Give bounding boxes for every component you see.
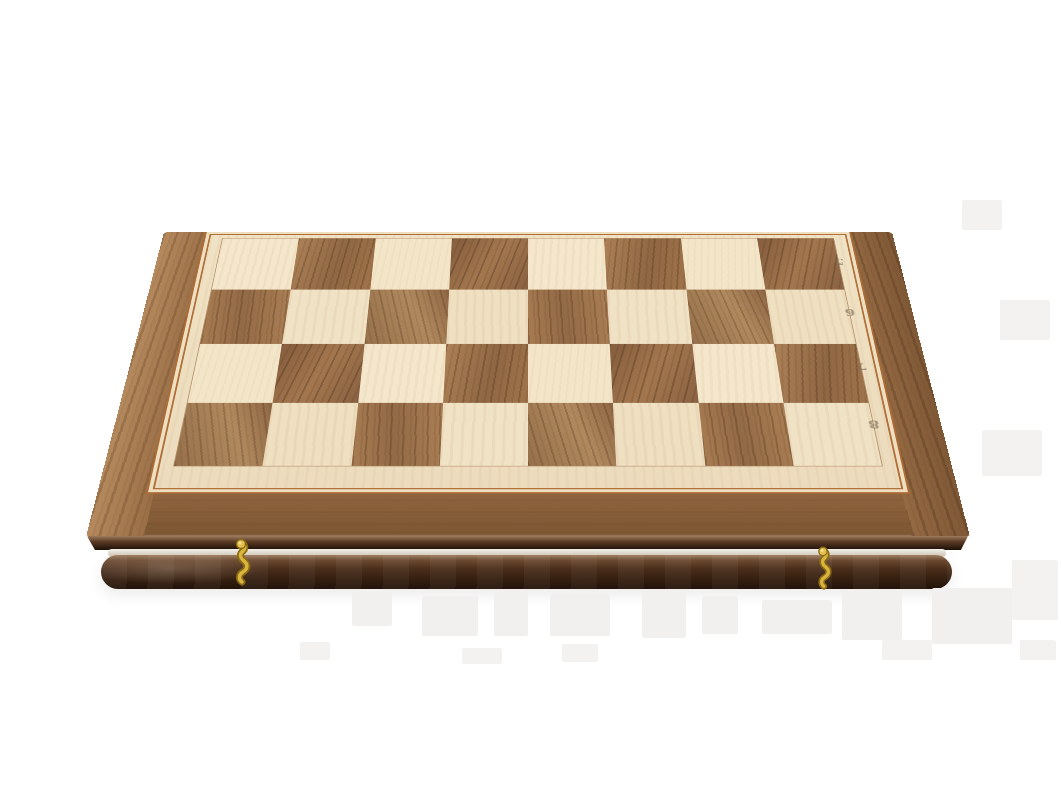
square-e5 <box>449 239 528 290</box>
square-g6 <box>282 289 370 343</box>
board-squares <box>173 238 883 466</box>
photo-artifact <box>494 590 528 636</box>
square-f7 <box>358 344 446 403</box>
square-g8 <box>263 402 358 465</box>
square-f8 <box>351 402 443 465</box>
square-h5 <box>212 239 299 290</box>
photo-artifact <box>842 590 902 640</box>
square-e8 <box>440 402 528 465</box>
brass-latch-icon <box>813 546 833 590</box>
square-d7 <box>528 344 613 403</box>
photo-artifact <box>882 640 932 660</box>
square-b7 <box>692 344 783 403</box>
photo-artifact <box>982 430 1042 476</box>
photo-artifact <box>550 594 610 636</box>
square-b5 <box>681 239 765 290</box>
square-e7 <box>443 344 528 403</box>
square-e6 <box>446 289 528 343</box>
photo-artifact <box>702 596 738 634</box>
photo-artifact <box>932 588 1012 644</box>
square-g7 <box>273 344 364 403</box>
chess-box: 5678 <box>86 54 970 537</box>
square-a8 <box>783 402 882 465</box>
rank-label-8: 8 <box>863 417 885 432</box>
square-c6 <box>607 289 692 343</box>
lid-edge <box>87 536 968 550</box>
photo-artifact <box>962 200 1002 230</box>
photo-artifact <box>1020 640 1056 660</box>
photo-artifact <box>352 592 392 626</box>
maple-border <box>155 235 901 488</box>
brass-latch-icon <box>230 538 252 586</box>
rank-label-7: 7 <box>851 360 872 374</box>
square-c7 <box>610 344 698 403</box>
square-c8 <box>613 402 705 465</box>
photo-artifact <box>422 596 478 636</box>
square-d6 <box>528 289 610 343</box>
photo-artifact <box>762 600 832 634</box>
photo-artifact <box>562 644 598 662</box>
photo-artifact <box>462 648 502 664</box>
photo-artifact <box>1012 560 1058 620</box>
square-b6 <box>686 289 774 343</box>
square-g5 <box>291 239 375 290</box>
square-b8 <box>698 402 793 465</box>
square-c5 <box>604 239 686 290</box>
square-h8 <box>174 402 273 465</box>
square-f6 <box>364 289 449 343</box>
product-photo: 5678 <box>0 0 1061 800</box>
square-h7 <box>188 344 282 403</box>
square-f5 <box>370 239 452 290</box>
photo-artifact <box>642 590 686 638</box>
chessboard-top: 5678 <box>86 232 970 537</box>
square-h6 <box>200 289 291 343</box>
rank-label-5: 5 <box>829 256 848 268</box>
photo-artifact <box>1000 300 1050 340</box>
square-d8 <box>528 402 616 465</box>
photo-artifact <box>300 642 330 660</box>
square-d5 <box>528 239 607 290</box>
rank-label-6: 6 <box>840 306 860 319</box>
